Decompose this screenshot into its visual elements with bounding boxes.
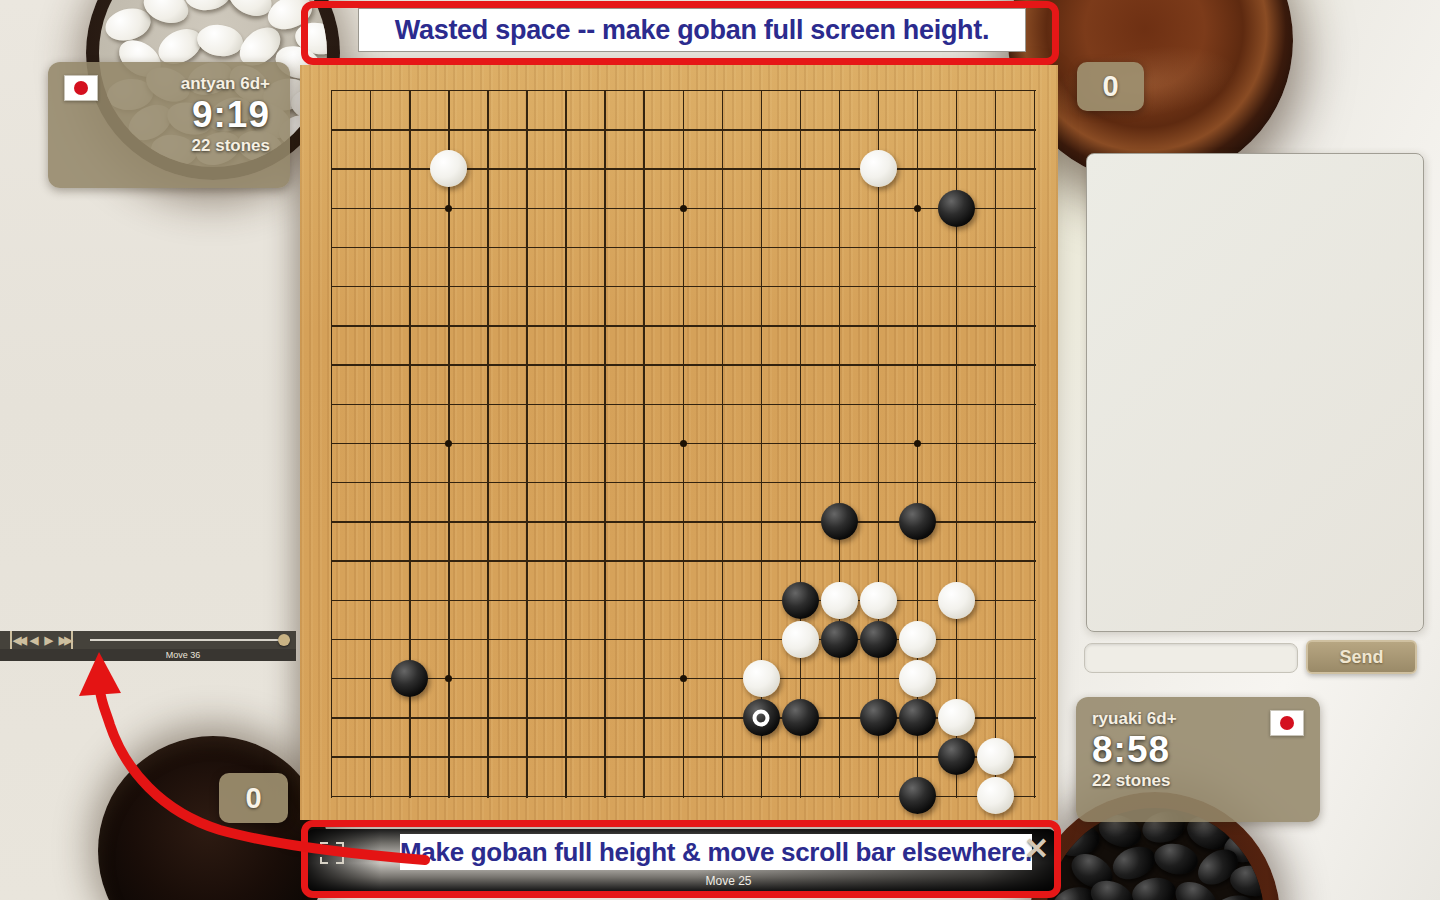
black-stone xyxy=(899,777,936,814)
black-stone xyxy=(860,621,897,658)
white-stone xyxy=(860,150,897,187)
board-intersection[interactable] xyxy=(937,580,976,619)
black-stone xyxy=(782,699,819,736)
step-forward-button[interactable]: ▶ xyxy=(44,631,52,649)
black-stone xyxy=(938,738,975,775)
board-intersection[interactable] xyxy=(820,580,859,619)
black-stone xyxy=(391,660,428,697)
black-stone xyxy=(782,582,819,619)
board-intersection[interactable] xyxy=(781,620,820,659)
goban-board[interactable] xyxy=(300,65,1058,820)
board-intersection[interactable] xyxy=(742,659,781,698)
board-intersection[interactable] xyxy=(820,502,859,541)
step-back-button[interactable]: ◀ xyxy=(30,631,38,649)
board-intersection[interactable] xyxy=(742,698,781,737)
white-stone xyxy=(977,738,1014,775)
white-stone-in-bowl xyxy=(195,22,245,59)
black-stone-in-bowl xyxy=(1151,840,1200,878)
board-intersection[interactable] xyxy=(898,502,937,541)
board-intersection[interactable] xyxy=(820,620,859,659)
nav-move-label: Move 36 xyxy=(0,649,296,661)
board-intersection[interactable] xyxy=(937,737,976,776)
black-stone xyxy=(938,190,975,227)
player-clock: 9:19 xyxy=(68,94,270,136)
captures-badge-top: 0 xyxy=(1077,62,1144,111)
nav-buttons-row: ◀◀ ◀ ▶ ▶▶ xyxy=(0,631,296,649)
japan-flag-icon xyxy=(1270,710,1304,736)
captures-badge-bottom: 0 xyxy=(219,773,288,823)
white-stone xyxy=(977,777,1014,814)
board-intersection[interactable] xyxy=(390,659,429,698)
board-intersection[interactable] xyxy=(859,149,898,188)
last-move-marker xyxy=(753,709,770,726)
board-intersection[interactable] xyxy=(429,149,468,188)
black-stone-in-bowl xyxy=(1130,875,1178,900)
white-stone xyxy=(430,150,467,187)
board-intersection[interactable] xyxy=(859,580,898,619)
white-stone xyxy=(938,699,975,736)
white-stone-in-bowl xyxy=(183,0,233,13)
black-stone xyxy=(899,699,936,736)
top-note: Wasted space -- make goban full screen h… xyxy=(358,8,1026,52)
skip-to-start-button[interactable]: ◀◀ xyxy=(10,631,24,649)
board-intersection[interactable] xyxy=(898,620,937,659)
board-intersection[interactable] xyxy=(859,620,898,659)
board-intersection[interactable] xyxy=(976,776,1015,815)
board-intersection[interactable] xyxy=(898,776,937,815)
player-name: antyan 6d+ xyxy=(68,74,270,94)
player-panel-bottom: ryuaki 6d+ 8:58 22 stones xyxy=(1076,697,1320,822)
white-stone xyxy=(938,582,975,619)
chat-log xyxy=(1086,153,1424,632)
board-intersection[interactable] xyxy=(976,737,1015,776)
black-stone xyxy=(743,699,780,736)
move-slider[interactable] xyxy=(90,639,290,641)
skip-to-end-button[interactable]: ▶▶ xyxy=(59,631,73,649)
board-intersection[interactable] xyxy=(937,189,976,228)
player-panel-top: antyan 6d+ 9:19 22 stones xyxy=(48,62,290,188)
board-intersection[interactable] xyxy=(781,580,820,619)
japan-flag-icon xyxy=(64,75,98,101)
white-stone xyxy=(860,582,897,619)
fullscreen-icon[interactable] xyxy=(320,842,344,864)
chat-input[interactable] xyxy=(1084,643,1298,673)
white-stone xyxy=(782,621,819,658)
move-slider-handle[interactable] xyxy=(278,634,290,646)
black-stone xyxy=(821,503,858,540)
board-intersection[interactable] xyxy=(898,659,937,698)
board-bottom-bar: Make goban full height & move scroll bar… xyxy=(306,829,1056,891)
send-button[interactable]: Send xyxy=(1306,640,1417,674)
goban-grid[interactable] xyxy=(312,71,1054,816)
board-move-label: Move 25 xyxy=(306,874,1056,888)
white-stone xyxy=(821,582,858,619)
close-icon[interactable]: ✕ xyxy=(1024,831,1049,866)
white-stone xyxy=(743,660,780,697)
board-intersection[interactable] xyxy=(937,698,976,737)
app-window: antyan 6d+ 9:19 22 stones ryuaki 6d+ 8:5… xyxy=(0,0,1440,900)
board-intersection[interactable] xyxy=(859,698,898,737)
white-stone xyxy=(899,621,936,658)
board-intersection[interactable] xyxy=(898,698,937,737)
board-intersection[interactable] xyxy=(781,698,820,737)
black-stone xyxy=(860,699,897,736)
player-stones: 22 stones xyxy=(1092,771,1304,791)
player-stones: 22 stones xyxy=(68,136,270,156)
black-stone xyxy=(899,503,936,540)
bottom-note: Make goban full height & move scroll bar… xyxy=(400,834,1032,870)
white-stone xyxy=(899,660,936,697)
black-stone xyxy=(821,621,858,658)
move-navigation-bar: ◀◀ ◀ ▶ ▶▶ Move 36 xyxy=(0,631,296,661)
